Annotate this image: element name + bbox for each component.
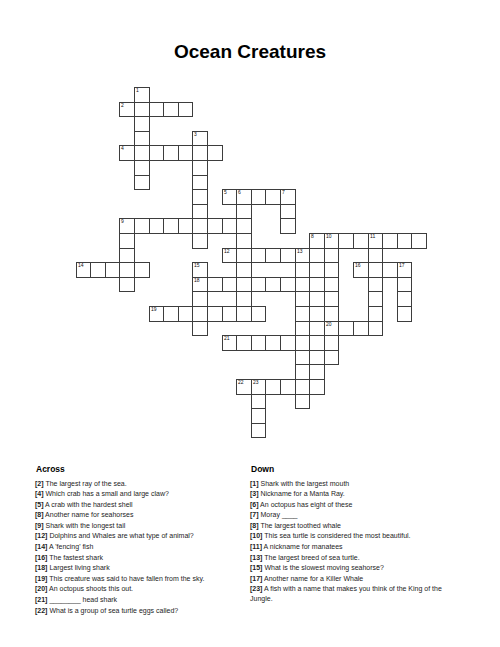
grid-cell[interactable]: 18 <box>192 277 208 292</box>
cell-number: 5 <box>224 190 227 195</box>
grid-cell[interactable] <box>338 233 354 249</box>
clue-number-label: [13] <box>250 554 262 561</box>
grid-cell[interactable]: 4 <box>119 145 135 161</box>
across-clue-4: [4] Which crab has a small and large cla… <box>35 489 248 499</box>
grid-cell[interactable] <box>192 189 208 205</box>
grid-cell[interactable] <box>295 262 310 278</box>
grid-cell[interactable] <box>149 102 164 117</box>
grid-cell[interactable] <box>119 262 135 278</box>
grid-cell[interactable] <box>251 306 266 322</box>
grid-cell[interactable]: 2 <box>119 102 135 117</box>
grid-cell[interactable] <box>353 321 369 336</box>
grid-cell[interactable]: 6 <box>236 189 252 205</box>
grid-cell[interactable] <box>295 364 310 380</box>
grid-cell[interactable] <box>192 175 208 190</box>
clue-number-label: [11] <box>250 543 262 550</box>
clue-number-label: [12] <box>35 532 47 539</box>
cell-number: 14 <box>78 263 84 268</box>
grid-cell[interactable] <box>119 277 135 292</box>
grid-cell[interactable] <box>309 306 325 322</box>
grid-cell[interactable] <box>324 248 339 263</box>
clue-number-label: [9] <box>35 522 44 529</box>
grid-cell[interactable] <box>134 160 150 176</box>
grid-cell[interactable] <box>368 306 383 322</box>
grid-cell[interactable] <box>236 291 252 307</box>
down-clue-list: [1] Shark with the largest mouth[3] Nick… <box>250 479 463 604</box>
grid-cell[interactable]: 12 <box>222 248 237 263</box>
across-clue-14: [14] A 'fencing' fish <box>35 542 248 552</box>
grid-cell[interactable] <box>90 262 106 278</box>
cell-number: 13 <box>297 249 303 254</box>
cell-number: 23 <box>253 380 259 385</box>
clue-number-label: [23] <box>250 585 262 592</box>
grid-cell[interactable] <box>382 233 398 249</box>
down-clue-17: [17] Another name for a Killer Whale <box>250 574 463 584</box>
clue-number-label: [4] <box>35 490 44 497</box>
grid-cell[interactable] <box>368 248 383 263</box>
cell-number: 3 <box>194 132 197 137</box>
down-clue-3: [3] Nickname for a Manta Ray. <box>250 489 463 499</box>
cell-number: 10 <box>326 234 332 239</box>
clue-number-label: [17] <box>250 575 262 582</box>
grid-cell[interactable] <box>265 248 281 263</box>
grid-cell[interactable]: 13 <box>295 248 310 263</box>
grid-cell[interactable] <box>265 335 281 351</box>
cell-number: 22 <box>238 380 244 385</box>
grid-cell[interactable] <box>295 394 310 409</box>
grid-cell[interactable] <box>368 277 383 292</box>
grid-cell[interactable] <box>309 335 325 351</box>
grid-cell[interactable] <box>134 218 150 234</box>
grid-cell[interactable] <box>309 291 325 307</box>
down-clue-6: [6] An octopus has eight of these <box>250 500 463 510</box>
clue-number-label: [16] <box>35 554 47 561</box>
grid-cell[interactable] <box>368 291 383 307</box>
clue-number-label: [18] <box>35 564 47 571</box>
grid-cell[interactable] <box>207 277 223 292</box>
grid-cell[interactable] <box>119 233 135 249</box>
grid-cell[interactable] <box>207 145 223 161</box>
grid-cell[interactable] <box>178 145 193 161</box>
cell-number: 17 <box>399 263 405 268</box>
grid-cell[interactable]: 22 <box>236 379 252 395</box>
clue-number-label: [6] <box>250 501 259 508</box>
grid-cell[interactable]: 17 <box>397 262 412 278</box>
grid-cell[interactable]: 14 <box>76 262 91 278</box>
grid-cell[interactable] <box>397 306 412 322</box>
cell-number: 15 <box>194 263 200 268</box>
grid-cell[interactable] <box>134 116 150 132</box>
clue-number-label: [3] <box>250 490 259 497</box>
clue-number-label: [8] <box>250 522 259 529</box>
grid-cell[interactable] <box>192 306 208 322</box>
across-clue-20: [20] An octopus shoots this out. <box>35 584 248 594</box>
cell-number: 4 <box>121 146 124 151</box>
cell-number: 11 <box>370 234 375 239</box>
grid-cell[interactable]: 21 <box>222 335 237 351</box>
grid-cell[interactable] <box>382 262 398 278</box>
grid-cell[interactable] <box>309 321 325 336</box>
grid-cell[interactable]: 16 <box>353 262 369 278</box>
cell-number: 20 <box>326 322 332 327</box>
grid-cell[interactable] <box>265 277 281 292</box>
grid-cell[interactable] <box>265 189 281 205</box>
grid-cell[interactable] <box>134 145 150 161</box>
grid-cell[interactable] <box>309 379 325 395</box>
grid-cell[interactable] <box>295 335 310 351</box>
grid-cell[interactable] <box>178 306 193 322</box>
grid-cell[interactable] <box>192 204 208 219</box>
grid-cell[interactable] <box>353 233 369 249</box>
grid-cell[interactable] <box>236 204 252 219</box>
clue-number-label: [15] <box>250 564 262 571</box>
grid-cell[interactable]: 10 <box>324 233 339 249</box>
across-clues-section: Across [2] The largest ray of the sea.[4… <box>35 464 248 616</box>
grid-cell[interactable] <box>192 218 208 234</box>
grid-cell[interactable]: 5 <box>222 189 237 205</box>
grid-cell[interactable]: 11 <box>368 233 383 249</box>
down-clue-11: [11] A nickname for manatees <box>250 542 463 552</box>
clue-number-label: [20] <box>35 585 47 592</box>
grid-cell[interactable] <box>295 321 310 336</box>
clue-number-label: [5] <box>35 501 44 508</box>
grid-cell[interactable] <box>324 277 339 292</box>
clue-number-label: [10] <box>250 532 262 539</box>
grid-cell[interactable] <box>236 335 252 351</box>
grid-cell[interactable] <box>324 262 339 278</box>
across-clue-2: [2] The largest ray of the sea. <box>35 479 248 489</box>
grid-cell[interactable]: 15 <box>192 262 208 278</box>
grid-cell[interactable] <box>119 248 135 263</box>
down-clue-10: [10] This sea turtle is considered the m… <box>250 531 463 541</box>
grid-cell[interactable] <box>309 350 325 365</box>
grid-cell[interactable] <box>280 277 296 292</box>
down-clue-13: [13] The largest breed of sea turtle. <box>250 553 463 563</box>
grid-cell[interactable] <box>280 204 296 219</box>
grid-cell[interactable] <box>324 335 339 351</box>
grid-cell[interactable] <box>149 145 164 161</box>
clue-number-label: [8] <box>35 511 44 518</box>
grid-cell[interactable] <box>236 248 252 263</box>
grid-cell[interactable]: 19 <box>149 306 164 322</box>
grid-cell[interactable] <box>251 277 266 292</box>
grid-cell[interactable]: 20 <box>324 321 339 336</box>
grid-cell[interactable] <box>236 233 252 249</box>
grid-cell[interactable] <box>295 350 310 365</box>
grid-cell[interactable] <box>324 291 339 307</box>
clue-number-label: [7] <box>250 511 259 518</box>
cell-number: 12 <box>224 249 230 254</box>
grid-cell[interactable] <box>251 335 266 351</box>
grid-cell[interactable] <box>134 102 150 117</box>
grid-cell[interactable] <box>251 189 266 205</box>
grid-cell[interactable] <box>251 394 266 409</box>
grid-cell[interactable] <box>280 248 296 263</box>
grid-cell[interactable] <box>236 277 252 292</box>
grid-cell[interactable] <box>295 291 310 307</box>
grid-cell[interactable] <box>338 321 354 336</box>
grid-cell[interactable] <box>149 218 164 234</box>
clue-number-label: [19] <box>35 575 47 582</box>
grid-cell[interactable] <box>192 233 208 249</box>
cell-number: 8 <box>311 234 314 239</box>
down-clue-7: [7] Moray ____ <box>250 510 463 520</box>
grid-cell[interactable] <box>397 291 412 307</box>
grid-cell[interactable] <box>324 306 339 322</box>
across-clue-18: [18] Largest living shark <box>35 563 248 573</box>
cell-number: 1 <box>136 88 139 93</box>
grid-cell[interactable] <box>309 277 325 292</box>
grid-cell[interactable] <box>134 175 150 190</box>
grid-cell[interactable] <box>134 262 150 278</box>
grid-cell[interactable] <box>236 262 252 278</box>
grid-cell[interactable] <box>222 277 237 292</box>
cell-number: 2 <box>121 103 124 108</box>
grid-cell[interactable] <box>178 102 193 117</box>
clue-number-label: [2] <box>35 480 44 487</box>
grid-cell[interactable] <box>324 350 339 365</box>
across-clue-9: [9] Shark with the longest tail <box>35 521 248 531</box>
grid-cell[interactable] <box>280 335 296 351</box>
grid-cell[interactable] <box>163 102 179 117</box>
grid-cell[interactable]: 8 <box>309 233 325 249</box>
grid-cell[interactable] <box>251 423 266 438</box>
grid-cell[interactable] <box>280 379 296 395</box>
grid-cell[interactable] <box>192 145 208 161</box>
worksheet-page: { "title": "Ocean Creatures", "game": "c… <box>0 0 500 647</box>
cell-number: 19 <box>151 307 157 312</box>
grid-cell[interactable] <box>192 291 208 307</box>
clue-number-label: [22] <box>35 607 47 614</box>
grid-cell[interactable] <box>236 218 252 234</box>
grid-cell[interactable] <box>309 262 325 278</box>
grid-cell[interactable]: 7 <box>280 189 296 205</box>
grid-cell[interactable]: 3 <box>192 131 208 146</box>
grid-cell[interactable] <box>411 233 427 249</box>
grid-cell[interactable] <box>163 218 179 234</box>
grid-cell[interactable] <box>251 248 266 263</box>
grid-cell[interactable] <box>368 321 383 336</box>
grid-cell[interactable] <box>368 262 383 278</box>
grid-cell[interactable]: 1 <box>134 87 150 103</box>
cell-number: 18 <box>194 278 200 283</box>
grid-cell[interactable] <box>251 408 266 424</box>
grid-cell[interactable] <box>207 218 223 234</box>
across-clue-21: [21] ________ head shark <box>35 595 248 605</box>
across-clue-16: [16] The fastest shark <box>35 553 248 563</box>
cell-number: 6 <box>238 190 241 195</box>
grid-cell[interactable] <box>309 248 325 263</box>
down-clue-1: [1] Shark with the largest mouth <box>250 479 463 489</box>
grid-cell[interactable] <box>222 306 237 322</box>
clue-number-label: [1] <box>250 480 259 487</box>
grid-cell[interactable] <box>295 277 310 292</box>
grid-cell[interactable] <box>178 218 193 234</box>
across-clue-5: [5] A crab with the hardest shell <box>35 500 248 510</box>
across-clue-22: [22] What is a group of sea turtle eggs … <box>35 606 248 616</box>
down-clue-23: [23] A fish with a name that makes you t… <box>250 584 463 603</box>
grid-cell[interactable] <box>265 379 281 395</box>
cell-number: 9 <box>121 219 124 224</box>
down-clue-8: [8] The largest toothed whale <box>250 521 463 531</box>
down-clues-section: Down [1] Shark with the largest mouth[3]… <box>250 464 463 605</box>
grid-cell[interactable] <box>280 218 296 234</box>
clue-number-label: [14] <box>35 543 47 550</box>
grid-cell[interactable] <box>134 131 150 146</box>
across-clue-12: [12] Dolphins and Whales are what type o… <box>35 531 248 541</box>
grid-cell[interactable] <box>295 379 310 395</box>
down-header: Down <box>251 464 463 474</box>
grid-cell[interactable]: 9 <box>119 218 135 234</box>
grid-cell[interactable] <box>105 262 120 278</box>
cell-number: 7 <box>282 190 285 195</box>
grid-cell[interactable] <box>192 160 208 176</box>
grid-cell[interactable] <box>236 306 252 322</box>
grid-cell[interactable] <box>397 233 412 249</box>
grid-cell[interactable]: 23 <box>251 379 266 395</box>
grid-cell[interactable] <box>309 364 325 380</box>
clue-number-label: [21] <box>35 596 47 603</box>
cell-number: 21 <box>224 336 230 341</box>
across-clue-8: [8] Another name for seahorses <box>35 510 248 520</box>
grid-cell[interactable] <box>397 277 412 292</box>
grid-cell[interactable] <box>295 306 310 322</box>
grid-cell[interactable] <box>163 306 179 322</box>
grid-cell[interactable] <box>207 306 223 322</box>
down-clue-15: [15] What is the slowest moving seahorse… <box>250 563 463 573</box>
across-clue-list: [2] The largest ray of the sea.[4] Which… <box>35 479 248 616</box>
cell-number: 16 <box>355 263 361 268</box>
grid-cell[interactable] <box>163 145 179 161</box>
across-clue-19: [19] This creature was said to have fall… <box>35 574 248 584</box>
across-header: Across <box>36 464 248 474</box>
grid-cell[interactable] <box>222 218 237 234</box>
grid-cell[interactable] <box>192 321 208 336</box>
